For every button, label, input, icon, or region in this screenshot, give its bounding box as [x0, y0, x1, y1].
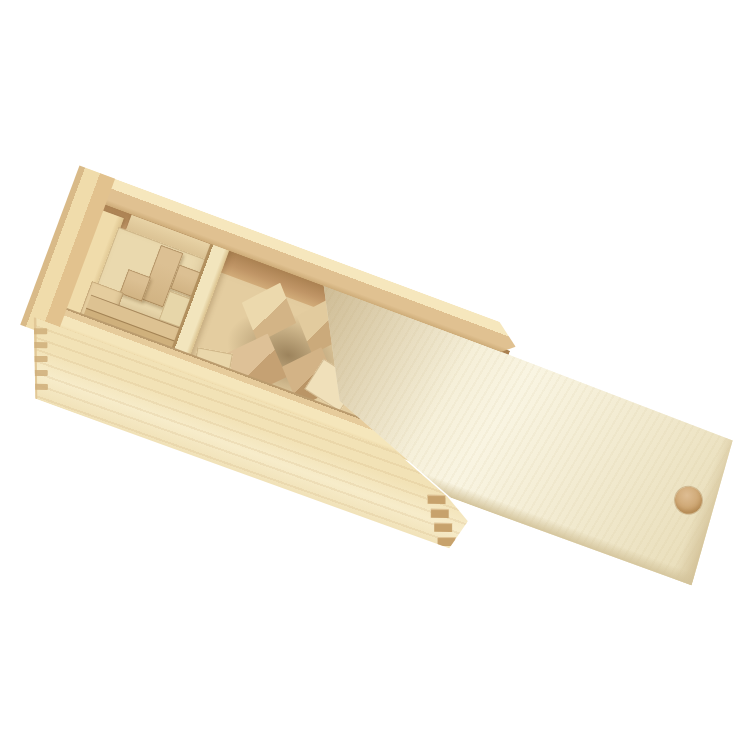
finger-joint-notch: [34, 384, 48, 390]
finger-joint-notch: [34, 370, 48, 376]
finger-joint-tooth: [434, 523, 452, 532]
finger-joint-tooth: [437, 537, 455, 546]
finger-joint-notch: [33, 328, 47, 334]
finger-joint-tooth: [427, 495, 445, 504]
photo-stage: [0, 0, 750, 750]
finger-joint-notch: [33, 342, 47, 348]
finger-joint-notch: [34, 356, 48, 362]
finger-joint-tooth: [431, 509, 449, 518]
